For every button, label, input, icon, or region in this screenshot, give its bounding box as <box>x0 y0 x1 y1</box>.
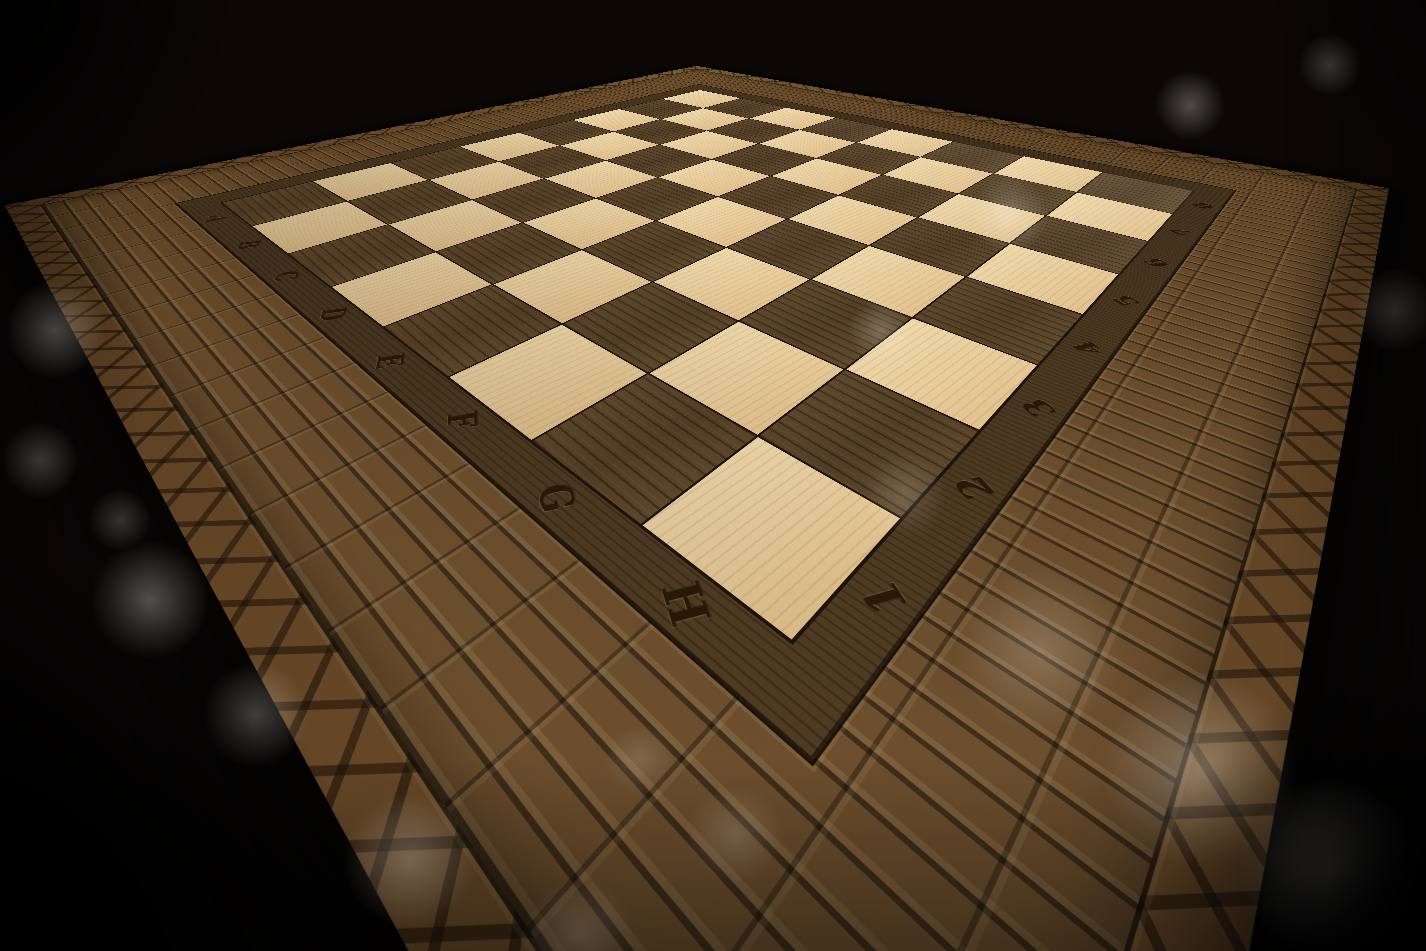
board-photo: A B C D E F G H 1 2 3 4 5 6 7 8 <box>0 0 1426 951</box>
perspective-scene: A B C D E F G H 1 2 3 4 5 6 7 8 <box>0 0 1426 951</box>
chess-board: A B C D E F G H 1 2 3 4 5 6 7 8 <box>5 66 1389 951</box>
